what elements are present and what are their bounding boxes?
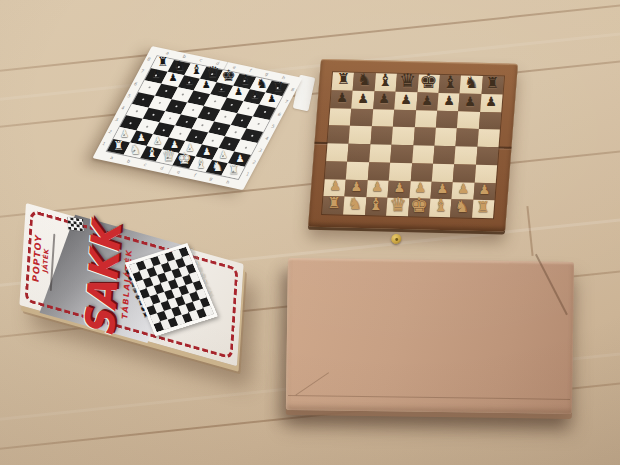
- square: [456, 129, 479, 147]
- chess-piece-black-pawn: ♟: [357, 92, 369, 105]
- square: ♞: [460, 75, 483, 93]
- square: ♜: [481, 76, 504, 94]
- chess-piece-black-pawn: ♟: [267, 94, 276, 104]
- chess-piece-white-bishop: ♝: [146, 146, 158, 159]
- chess-piece-white-queen: ♛: [389, 195, 406, 214]
- coordinate-label: 4: [264, 137, 269, 142]
- chess-piece-white-bishop: ♝: [195, 156, 207, 169]
- square: [476, 147, 499, 165]
- chess-piece-white-pawn: ♟: [393, 181, 405, 194]
- square: ♟: [416, 92, 439, 110]
- square: ♚: [417, 74, 440, 92]
- square: [348, 144, 371, 162]
- chess-piece-black-pawn: ♟: [379, 92, 391, 105]
- sakk-game-box: POPTOY JÁTÉK SAKK TÁBLAJÁTÉK ♜♞♝♛♚♝♞♜ ♖♘…: [19, 203, 243, 366]
- square: [454, 146, 477, 164]
- square: [433, 146, 456, 164]
- coordinate-label: d: [215, 61, 220, 66]
- square: [329, 108, 352, 126]
- crease-line: [295, 372, 329, 395]
- chess-piece-white-pawn: ♟: [186, 143, 195, 153]
- coordinate-label: c: [198, 58, 203, 63]
- chess-piece-black-pawn: ♟: [336, 91, 348, 104]
- coordinate-label: 5: [270, 124, 275, 129]
- square: ♝: [438, 75, 461, 93]
- chess-piece-white-pawn: ♟: [372, 181, 384, 194]
- coordinate-label: h: [281, 75, 286, 80]
- chess-piece-white-bishop: ♝: [369, 196, 384, 213]
- coordinate-label: a: [165, 51, 170, 56]
- coordinate-label: 5: [127, 94, 132, 99]
- square: ♟: [373, 91, 396, 109]
- coordinate-label: 2: [107, 130, 112, 135]
- coordinate-label: 3: [258, 149, 263, 154]
- coordinate-label: f: [249, 69, 253, 73]
- brand-block: POPTOY JÁTÉK: [23, 204, 62, 315]
- chess-piece-white-rook: ♜: [228, 164, 239, 176]
- square: ♞: [450, 199, 473, 217]
- square: [410, 163, 433, 181]
- chess-piece-white-rook: ♜: [114, 139, 125, 151]
- chess-piece-black-rook: ♜: [158, 57, 169, 69]
- coordinate-label: g: [264, 72, 269, 77]
- wooden-folding-chess-board: ♜♞♝♛♚♝♞♜♟♟♟♟♟♟♟♟♟♟♟♟♟♟♟♟♜♞♝♛♚♝♞♜: [308, 59, 518, 232]
- coordinate-label: a: [109, 155, 114, 160]
- chess-piece-white-pawn: ♟: [137, 132, 146, 142]
- square: [414, 110, 437, 128]
- chess-piece-white-knight: ♞: [212, 160, 224, 173]
- chess-piece-black-bishop: ♝: [190, 63, 202, 76]
- square: ♟: [394, 92, 417, 110]
- coordinate-label: e: [176, 170, 181, 175]
- chess-piece-white-knight: ♞: [348, 196, 362, 212]
- square: ♜: [472, 200, 495, 218]
- chess-piece-black-rook: ♜: [486, 76, 499, 91]
- square: ♞: [343, 197, 366, 215]
- chess-piece-black-pawn: ♟: [443, 94, 455, 107]
- square: ♛: [386, 198, 409, 216]
- square: [328, 125, 351, 143]
- chess-piece-black-knight: ♞: [256, 77, 268, 90]
- chess-piece-white-pawn: ♟: [235, 153, 244, 163]
- chess-piece-white-pawn: ♟: [219, 150, 228, 160]
- chess-piece-black-queen: ♛: [206, 65, 219, 80]
- chess-piece-white-pawn: ♟: [170, 139, 179, 149]
- square: [325, 161, 348, 179]
- chess-piece-black-rook: ♜: [336, 72, 349, 87]
- chess-piece-black-pawn: ♟: [169, 73, 178, 83]
- coordinate-label: 6: [133, 82, 138, 87]
- square: ♟: [323, 179, 346, 197]
- chess-piece-white-pawn: ♟: [350, 180, 362, 193]
- chess-piece-black-pawn: ♟: [234, 87, 243, 97]
- square: ♝: [429, 199, 452, 217]
- square: ♞: [353, 73, 376, 91]
- square: [349, 126, 372, 144]
- coordinate-label: 8: [290, 88, 295, 93]
- square: [350, 108, 373, 126]
- checkerboard-logo: [67, 217, 83, 232]
- square: [453, 164, 476, 182]
- chess-piece-white-pawn: ♟: [203, 146, 212, 156]
- coordinate-label: b: [126, 159, 131, 164]
- chess-grid: ♜♞♝♛♚♝♞♜♟♟♟♟♟♟♟♟♟♟♟♟♟♟♟♟♜♞♝♛♚♝♞♜: [321, 71, 505, 219]
- square: [346, 161, 369, 179]
- photo-scene: ♜♞♝♛♚♝♞♜♟♟♟♟♟♟♟♟♟♟♟♟♟♟♟♟♜♞♝♛♚♝♞♜ abcdefg…: [0, 0, 620, 465]
- chess-piece-black-knight: ♞: [357, 72, 371, 88]
- square: [326, 143, 349, 161]
- square: [370, 127, 393, 145]
- square: ♝: [374, 73, 397, 91]
- coordinate-label: 4: [120, 106, 125, 111]
- plastic-travel-chess-board: ♜♞♝♛♚♝♞♜♟♟♟♟♟♟♟♟♟♟♟♟♟♟♟♟♜♞♝♛♚♝♞♜ abcdefg…: [92, 46, 302, 190]
- square: [434, 128, 457, 146]
- square: [457, 111, 480, 129]
- chess-piece-black-pawn: ♟: [464, 94, 476, 107]
- chess-piece-black-pawn: ♟: [185, 77, 194, 87]
- square: [368, 162, 391, 180]
- chess-piece-black-pawn: ♟: [251, 91, 260, 101]
- coordinate-label: c: [143, 163, 148, 168]
- chess-piece-black-bishop: ♝: [239, 73, 251, 86]
- square: ♟: [437, 93, 460, 111]
- coordinate-label: 7: [139, 70, 144, 75]
- chess-piece-white-pawn: ♟: [457, 183, 469, 196]
- chess-piece-black-king: ♚: [420, 71, 438, 91]
- square: [390, 145, 413, 163]
- chess-piece-white-knight: ♞: [455, 199, 469, 215]
- square: ♟: [345, 179, 368, 197]
- chess-piece-black-bishop: ♝: [378, 72, 393, 89]
- chess-piece-white-pawn: ♟: [121, 129, 130, 139]
- coordinate-label: 1: [101, 142, 106, 147]
- square: ♛: [396, 74, 419, 92]
- square: ♝: [365, 197, 388, 215]
- chess-piece-black-pawn: ♟: [400, 93, 412, 106]
- square: ♜: [322, 196, 345, 214]
- square: [432, 164, 455, 182]
- coordinate-label: g: [208, 177, 213, 182]
- square: ♟: [388, 180, 411, 198]
- chess-piece-white-pawn: ♟: [436, 182, 448, 195]
- square: [436, 110, 459, 128]
- square: ♟: [480, 94, 503, 112]
- square: [389, 162, 412, 180]
- chess-piece-white-pawn: ♟: [479, 183, 491, 196]
- chess-piece-white-knight: ♞: [130, 142, 142, 155]
- coordinate-label: 6: [277, 112, 282, 117]
- coordinate-label: d: [159, 166, 164, 171]
- chess-piece-black-pawn: ♟: [218, 84, 227, 94]
- chess-piece-black-pawn: ♟: [201, 80, 210, 90]
- square: [478, 111, 501, 129]
- coordinate-label: 8: [146, 58, 151, 63]
- square: ♟: [366, 180, 389, 198]
- coordinate-label: 7: [283, 100, 288, 105]
- square: [372, 109, 395, 127]
- square: [412, 145, 435, 163]
- chess-piece-black-knight: ♞: [464, 75, 478, 91]
- square: ♚: [408, 198, 431, 216]
- chess-piece-white-rook: ♜: [476, 200, 489, 215]
- square: [369, 144, 392, 162]
- square: [413, 128, 436, 146]
- cardboard-box: [286, 258, 574, 414]
- crease-line: [535, 254, 567, 315]
- coordinate-label: e: [232, 65, 237, 70]
- chess-piece-white-pawn: ♟: [329, 180, 341, 193]
- chess-piece-white-pawn: ♟: [154, 136, 163, 146]
- square: ♟: [430, 181, 453, 199]
- chess-piece-black-pawn: ♟: [486, 95, 498, 108]
- square: ♟: [330, 90, 353, 108]
- lid-seam: [288, 395, 570, 400]
- chess-piece-black-pawn: ♟: [421, 93, 433, 106]
- coordinate-label: 3: [114, 118, 119, 123]
- square: [392, 127, 415, 145]
- square: ♟: [352, 91, 375, 109]
- chess-piece-black-rook: ♜: [272, 81, 283, 93]
- chess-piece-white-rook: ♜: [327, 196, 340, 211]
- coordinate-label: b: [182, 54, 187, 59]
- coordinate-label: h: [225, 180, 230, 185]
- square: ♟: [458, 93, 481, 111]
- chess-piece-black-knight: ♞: [174, 60, 186, 73]
- coordinate-label: 1: [245, 173, 250, 178]
- square: [393, 109, 416, 127]
- chess-piece-white-king: ♚: [410, 195, 428, 215]
- coordinate-label: 2: [251, 161, 256, 166]
- square: ♟: [452, 182, 475, 200]
- square: ♜: [332, 72, 355, 90]
- chess-piece-black-bishop: ♝: [442, 73, 457, 90]
- chess-piece-white-bishop: ♝: [433, 198, 448, 215]
- square: [477, 129, 500, 147]
- chess-piece-black-pawn: ♟: [152, 70, 161, 80]
- coordinate-label: f: [193, 173, 197, 177]
- square: ♟: [409, 181, 432, 199]
- chess-piece-black-queen: ♛: [399, 71, 416, 90]
- square: ♟: [473, 182, 496, 200]
- chess-piece-white-pawn: ♟: [415, 182, 427, 195]
- square: [474, 165, 497, 183]
